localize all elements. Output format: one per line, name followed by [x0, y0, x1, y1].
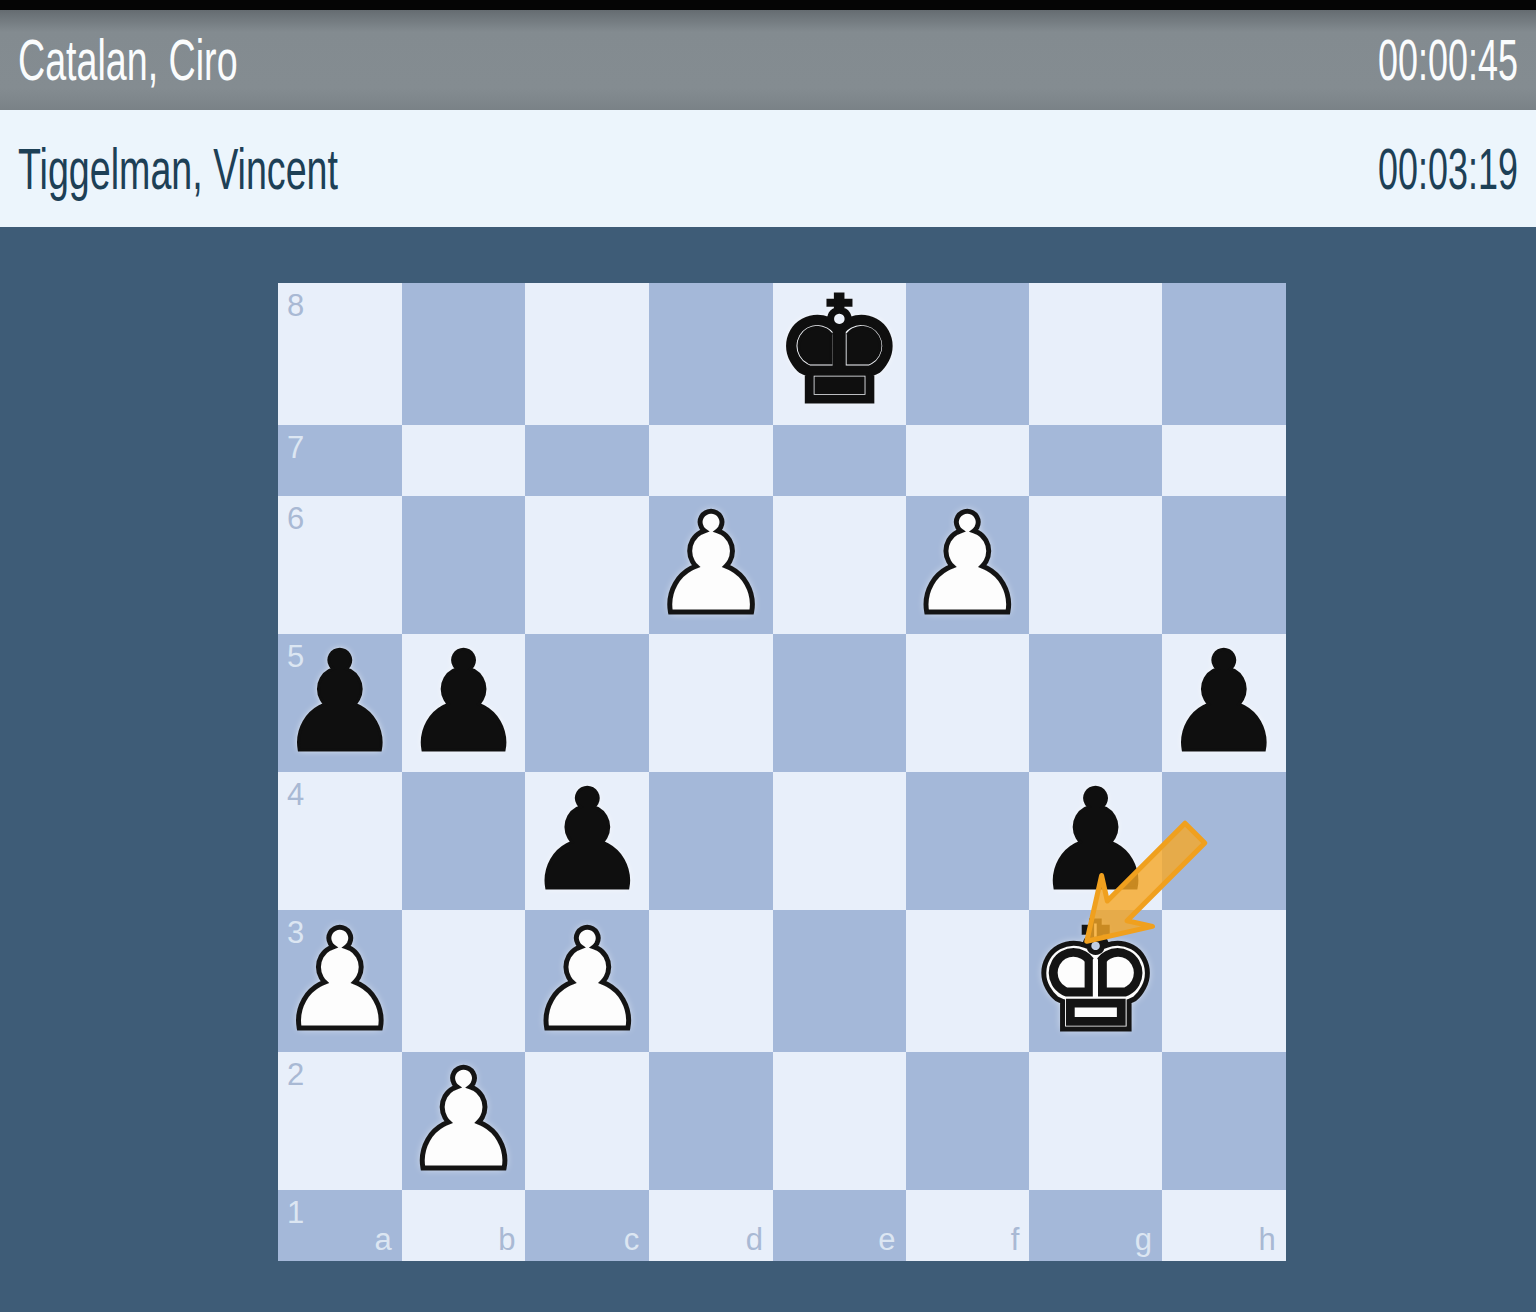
square-c5[interactable]	[525, 634, 649, 772]
square-b8[interactable]	[402, 283, 526, 425]
file-label-e: e	[878, 1224, 895, 1255]
square-e3[interactable]	[773, 910, 906, 1052]
rank-label-4: 4	[287, 779, 304, 810]
square-a8[interactable]: 8	[278, 283, 402, 425]
square-f6[interactable]: ♟	[906, 496, 1030, 634]
square-b4[interactable]	[402, 772, 526, 910]
white-pawn[interactable]: ♟	[278, 912, 402, 1050]
rank-label-6: 6	[287, 503, 304, 534]
square-b2[interactable]: ♟	[402, 1052, 526, 1190]
square-h5[interactable]: ♟	[1162, 634, 1286, 772]
board-area: 8♚76♟♟5♟♟♟4♟♟3♟♟♚2♟1abcdefgh	[278, 283, 1256, 1261]
square-b3[interactable]	[402, 910, 526, 1052]
player-clock-white: 00:03:19	[1378, 136, 1518, 202]
square-f3[interactable]	[906, 910, 1030, 1052]
rank-label-8: 8	[287, 290, 304, 321]
square-d6[interactable]: ♟	[649, 496, 773, 634]
square-c1[interactable]: c	[525, 1190, 649, 1261]
square-f2[interactable]	[906, 1052, 1030, 1190]
square-c4[interactable]: ♟	[525, 772, 649, 910]
square-c8[interactable]	[525, 283, 649, 425]
square-h6[interactable]	[1162, 496, 1286, 634]
player-bar-black[interactable]: Catalan, Ciro 00:00:45	[0, 10, 1536, 110]
square-d8[interactable]	[649, 283, 773, 425]
square-b1[interactable]: b	[402, 1190, 526, 1261]
player-name-black: Catalan, Ciro	[18, 27, 238, 93]
square-h7[interactable]	[1162, 425, 1286, 496]
black-pawn[interactable]: ♟	[525, 772, 649, 910]
square-h1[interactable]: h	[1162, 1190, 1286, 1261]
file-label-c: c	[624, 1224, 640, 1255]
square-f8[interactable]	[906, 283, 1030, 425]
black-pawn[interactable]: ♟	[1162, 634, 1286, 772]
square-a7[interactable]: 7	[278, 425, 402, 496]
rank-label-2: 2	[287, 1059, 304, 1090]
chess-board: 8♚76♟♟5♟♟♟4♟♟3♟♟♚2♟1abcdefgh	[278, 283, 1256, 1261]
black-pawn[interactable]: ♟	[278, 634, 402, 772]
black-pawn[interactable]: ♟	[1034, 772, 1158, 910]
square-c7[interactable]	[525, 425, 649, 496]
square-a5[interactable]: 5♟	[278, 634, 402, 772]
rank-label-1: 1	[287, 1197, 304, 1228]
square-h4[interactable]	[1162, 772, 1286, 910]
square-c3[interactable]: ♟	[525, 910, 649, 1052]
square-b7[interactable]	[402, 425, 526, 496]
square-d5[interactable]	[649, 634, 773, 772]
square-d2[interactable]	[649, 1052, 773, 1190]
black-king[interactable]: ♚	[773, 277, 906, 425]
rank-label-3: 3	[287, 917, 304, 948]
player-clock-black: 00:00:45	[1378, 27, 1518, 93]
square-e5[interactable]	[773, 634, 906, 772]
square-g8[interactable]	[1029, 283, 1162, 425]
square-d3[interactable]	[649, 910, 773, 1052]
white-pawn[interactable]: ♟	[525, 912, 649, 1050]
square-g1[interactable]: g	[1029, 1190, 1162, 1261]
square-d1[interactable]: d	[649, 1190, 773, 1261]
square-c6[interactable]	[525, 496, 649, 634]
square-d4[interactable]	[649, 772, 773, 910]
square-g6[interactable]	[1029, 496, 1162, 634]
square-d7[interactable]	[649, 425, 773, 496]
square-b6[interactable]	[402, 496, 526, 634]
square-f5[interactable]	[906, 634, 1030, 772]
square-e2[interactable]	[773, 1052, 906, 1190]
square-a1[interactable]: 1a	[278, 1190, 402, 1261]
white-pawn[interactable]: ♟	[649, 496, 773, 634]
square-b5[interactable]: ♟	[402, 634, 526, 772]
square-g4[interactable]: ♟	[1029, 772, 1162, 910]
square-e1[interactable]: e	[773, 1190, 906, 1261]
square-a2[interactable]: 2	[278, 1052, 402, 1190]
square-c2[interactable]	[525, 1052, 649, 1190]
white-pawn[interactable]: ♟	[402, 1052, 526, 1190]
square-g7[interactable]	[1029, 425, 1162, 496]
white-king[interactable]: ♚	[1029, 904, 1162, 1052]
player-bar-white[interactable]: Tiggelman, Vincent 00:03:19	[0, 110, 1536, 227]
square-a3[interactable]: 3♟	[278, 910, 402, 1052]
file-label-f: f	[1011, 1224, 1020, 1255]
square-h2[interactable]	[1162, 1052, 1286, 1190]
square-g5[interactable]	[1029, 634, 1162, 772]
square-g3[interactable]: ♚	[1029, 910, 1162, 1052]
square-g2[interactable]	[1029, 1052, 1162, 1190]
square-e6[interactable]	[773, 496, 906, 634]
file-label-d: d	[746, 1224, 763, 1255]
square-a6[interactable]: 6	[278, 496, 402, 634]
black-pawn[interactable]: ♟	[402, 634, 526, 772]
file-label-g: g	[1135, 1224, 1152, 1255]
square-f4[interactable]	[906, 772, 1030, 910]
square-a4[interactable]: 4	[278, 772, 402, 910]
top-strip	[0, 0, 1536, 10]
file-label-h: h	[1258, 1224, 1275, 1255]
rank-label-5: 5	[287, 641, 304, 672]
rank-label-7: 7	[287, 432, 304, 463]
square-e7[interactable]	[773, 425, 906, 496]
player-name-white: Tiggelman, Vincent	[18, 136, 338, 202]
square-e8[interactable]: ♚	[773, 283, 906, 425]
file-label-b: b	[498, 1224, 515, 1255]
square-e4[interactable]	[773, 772, 906, 910]
white-pawn[interactable]: ♟	[906, 496, 1030, 634]
square-h8[interactable]	[1162, 283, 1286, 425]
square-f7[interactable]	[906, 425, 1030, 496]
square-f1[interactable]: f	[906, 1190, 1030, 1261]
file-label-a: a	[374, 1224, 391, 1255]
square-h3[interactable]	[1162, 910, 1286, 1052]
